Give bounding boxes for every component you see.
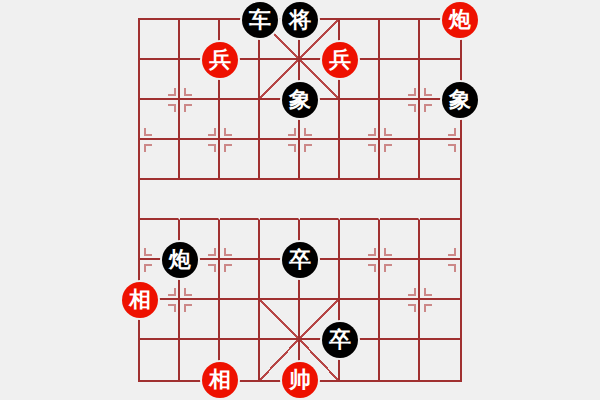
piece-black-elephant[interactable]: 象 <box>282 82 318 118</box>
marker-bracket <box>168 104 176 112</box>
marker-bracket <box>224 248 232 256</box>
marker-bracket <box>288 128 296 136</box>
marker-bracket <box>304 144 312 152</box>
xiangqi-board[interactable]: 车将炮兵兵象象炮卒相卒相帅 <box>140 20 460 380</box>
piece-red-cannon[interactable]: 炮 <box>442 2 478 38</box>
marker-bracket <box>448 264 456 272</box>
point-marker <box>448 248 472 272</box>
marker-bracket <box>448 248 456 256</box>
piece-red-soldier[interactable]: 兵 <box>202 42 238 78</box>
marker-bracket <box>184 104 192 112</box>
point-marker <box>128 128 152 152</box>
point-marker <box>408 288 432 312</box>
marker-bracket <box>424 88 432 96</box>
marker-bracket <box>208 248 216 256</box>
marker-bracket <box>384 128 392 136</box>
piece-black-chariot[interactable]: 车 <box>242 2 278 38</box>
piece-black-cannon[interactable]: 炮 <box>162 242 198 278</box>
marker-bracket <box>424 104 432 112</box>
marker-bracket <box>224 144 232 152</box>
piece-red-general[interactable]: 帅 <box>282 362 318 398</box>
point-marker <box>288 128 312 152</box>
marker-bracket <box>224 128 232 136</box>
point-marker <box>168 88 192 112</box>
marker-bracket <box>384 264 392 272</box>
marker-bracket <box>224 264 232 272</box>
piece-black-general[interactable]: 将 <box>282 2 318 38</box>
piece-red-soldier[interactable]: 兵 <box>322 42 358 78</box>
marker-bracket <box>368 264 376 272</box>
piece-black-soldier[interactable]: 卒 <box>282 242 318 278</box>
marker-bracket <box>408 304 416 312</box>
marker-bracket <box>368 144 376 152</box>
xiangqi-diagram: 车将炮兵兵象象炮卒相卒相帅 <box>0 0 600 400</box>
point-marker <box>128 248 152 272</box>
piece-red-elephant[interactable]: 相 <box>122 282 158 318</box>
board-overlay: 车将炮兵兵象象炮卒相卒相帅 <box>140 20 460 380</box>
marker-bracket <box>184 88 192 96</box>
marker-bracket <box>144 144 152 152</box>
point-marker <box>408 88 432 112</box>
marker-bracket <box>208 128 216 136</box>
marker-bracket <box>368 128 376 136</box>
marker-bracket <box>424 304 432 312</box>
piece-black-soldier[interactable]: 卒 <box>322 322 358 358</box>
marker-bracket <box>184 288 192 296</box>
marker-bracket <box>448 128 456 136</box>
marker-bracket <box>424 288 432 296</box>
marker-bracket <box>304 128 312 136</box>
marker-bracket <box>144 128 152 136</box>
marker-bracket <box>408 104 416 112</box>
point-marker <box>448 128 472 152</box>
marker-bracket <box>168 88 176 96</box>
marker-bracket <box>144 264 152 272</box>
point-marker <box>168 288 192 312</box>
piece-red-elephant[interactable]: 相 <box>202 362 238 398</box>
marker-bracket <box>208 144 216 152</box>
marker-bracket <box>144 248 152 256</box>
marker-bracket <box>384 144 392 152</box>
marker-bracket <box>208 264 216 272</box>
marker-bracket <box>408 288 416 296</box>
point-marker <box>368 248 392 272</box>
marker-bracket <box>368 248 376 256</box>
marker-bracket <box>168 288 176 296</box>
marker-bracket <box>168 304 176 312</box>
marker-bracket <box>384 248 392 256</box>
point-marker <box>368 128 392 152</box>
marker-bracket <box>448 144 456 152</box>
point-marker <box>208 248 232 272</box>
marker-bracket <box>408 88 416 96</box>
point-marker <box>208 128 232 152</box>
marker-bracket <box>288 144 296 152</box>
piece-black-elephant[interactable]: 象 <box>442 82 478 118</box>
marker-bracket <box>184 304 192 312</box>
